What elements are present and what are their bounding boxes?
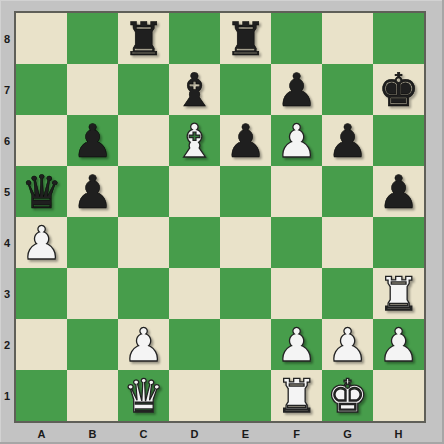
square-h1[interactable] — [373, 370, 424, 421]
piece-white-king: ♚ — [327, 371, 368, 422]
square-c3[interactable] — [118, 268, 169, 319]
piece-black-pawn: ♟ — [225, 116, 266, 167]
square-b5[interactable]: ♟ — [67, 166, 118, 217]
piece-black-pawn: ♟ — [327, 116, 368, 167]
piece-white-pawn: ♟ — [276, 116, 317, 167]
square-b1[interactable] — [67, 370, 118, 421]
file-labels: ABCDEFGH — [16, 424, 424, 444]
file-label-e: E — [220, 424, 271, 444]
square-h7[interactable]: ♚ — [373, 64, 424, 115]
square-c2[interactable]: ♟ — [118, 319, 169, 370]
piece-black-king: ♚ — [378, 65, 419, 116]
rank-label-4: 4 — [0, 217, 14, 268]
square-e3[interactable] — [220, 268, 271, 319]
square-e2[interactable] — [220, 319, 271, 370]
square-d2[interactable] — [169, 319, 220, 370]
square-c6[interactable] — [118, 115, 169, 166]
square-d5[interactable] — [169, 166, 220, 217]
square-f6[interactable]: ♟ — [271, 115, 322, 166]
file-label-a: A — [16, 424, 67, 444]
square-g3[interactable] — [322, 268, 373, 319]
piece-black-bishop: ♝ — [174, 65, 215, 116]
piece-white-queen: ♛ — [123, 371, 164, 422]
rank-label-7: 7 — [0, 64, 14, 115]
square-h4[interactable] — [373, 217, 424, 268]
square-f2[interactable]: ♟ — [271, 319, 322, 370]
piece-white-rook: ♜ — [378, 269, 419, 320]
square-f8[interactable] — [271, 13, 322, 64]
file-label-c: C — [118, 424, 169, 444]
rank-label-3: 3 — [0, 268, 14, 319]
piece-black-rook: ♜ — [225, 14, 266, 65]
square-c7[interactable] — [118, 64, 169, 115]
square-e1[interactable] — [220, 370, 271, 421]
square-d4[interactable] — [169, 217, 220, 268]
square-a1[interactable] — [16, 370, 67, 421]
rank-label-1: 1 — [0, 370, 14, 421]
file-label-f: F — [271, 424, 322, 444]
chess-app-window: 87654321 ♜♜♝♟♚♟♝♟♟♟♛♟♟♟♜♟♟♟♟♛♜♚ ABCDEFGH — [0, 0, 444, 444]
square-h8[interactable] — [373, 13, 424, 64]
square-d1[interactable] — [169, 370, 220, 421]
square-h3[interactable]: ♜ — [373, 268, 424, 319]
rank-label-2: 2 — [0, 319, 14, 370]
rank-labels: 87654321 — [0, 13, 14, 421]
rank-label-8: 8 — [0, 13, 14, 64]
chess-board[interactable]: ♜♜♝♟♚♟♝♟♟♟♛♟♟♟♜♟♟♟♟♛♜♚ — [16, 13, 424, 421]
square-g6[interactable]: ♟ — [322, 115, 373, 166]
file-label-b: B — [67, 424, 118, 444]
rank-label-5: 5 — [0, 166, 14, 217]
file-label-d: D — [169, 424, 220, 444]
square-b4[interactable] — [67, 217, 118, 268]
square-a7[interactable] — [16, 64, 67, 115]
square-b6[interactable]: ♟ — [67, 115, 118, 166]
square-e5[interactable] — [220, 166, 271, 217]
file-label-g: G — [322, 424, 373, 444]
square-f3[interactable] — [271, 268, 322, 319]
piece-black-queen: ♛ — [21, 167, 62, 218]
square-b3[interactable] — [67, 268, 118, 319]
piece-white-bishop: ♝ — [174, 116, 215, 167]
square-e7[interactable] — [220, 64, 271, 115]
piece-white-rook: ♜ — [276, 371, 317, 422]
square-a8[interactable] — [16, 13, 67, 64]
square-c5[interactable] — [118, 166, 169, 217]
square-f5[interactable] — [271, 166, 322, 217]
square-h5[interactable]: ♟ — [373, 166, 424, 217]
piece-black-pawn: ♟ — [378, 167, 419, 218]
square-f4[interactable] — [271, 217, 322, 268]
square-f1[interactable]: ♜ — [271, 370, 322, 421]
square-a2[interactable] — [16, 319, 67, 370]
square-g8[interactable] — [322, 13, 373, 64]
square-d3[interactable] — [169, 268, 220, 319]
square-g7[interactable] — [322, 64, 373, 115]
square-d8[interactable] — [169, 13, 220, 64]
piece-white-pawn: ♟ — [378, 320, 419, 371]
piece-white-pawn: ♟ — [21, 218, 62, 269]
square-g1[interactable]: ♚ — [322, 370, 373, 421]
rank-label-6: 6 — [0, 115, 14, 166]
square-a4[interactable]: ♟ — [16, 217, 67, 268]
square-b2[interactable] — [67, 319, 118, 370]
square-c4[interactable] — [118, 217, 169, 268]
square-d7[interactable]: ♝ — [169, 64, 220, 115]
piece-black-pawn: ♟ — [72, 167, 113, 218]
square-b8[interactable] — [67, 13, 118, 64]
square-e8[interactable]: ♜ — [220, 13, 271, 64]
square-e6[interactable]: ♟ — [220, 115, 271, 166]
piece-black-rook: ♜ — [123, 14, 164, 65]
square-e4[interactable] — [220, 217, 271, 268]
file-label-h: H — [373, 424, 424, 444]
square-g2[interactable]: ♟ — [322, 319, 373, 370]
chess-board-frame: ♜♜♝♟♚♟♝♟♟♟♛♟♟♟♜♟♟♟♟♛♜♚ — [14, 11, 426, 423]
square-h6[interactable] — [373, 115, 424, 166]
piece-white-pawn: ♟ — [123, 320, 164, 371]
square-g4[interactable] — [322, 217, 373, 268]
piece-black-pawn: ♟ — [72, 116, 113, 167]
square-a3[interactable] — [16, 268, 67, 319]
square-b7[interactable] — [67, 64, 118, 115]
square-d6[interactable]: ♝ — [169, 115, 220, 166]
square-c1[interactable]: ♛ — [118, 370, 169, 421]
square-f7[interactable]: ♟ — [271, 64, 322, 115]
square-c8[interactable]: ♜ — [118, 13, 169, 64]
square-a6[interactable] — [16, 115, 67, 166]
piece-white-pawn: ♟ — [276, 320, 317, 371]
square-a5[interactable]: ♛ — [16, 166, 67, 217]
square-h2[interactable]: ♟ — [373, 319, 424, 370]
piece-white-pawn: ♟ — [327, 320, 368, 371]
square-g5[interactable] — [322, 166, 373, 217]
piece-black-pawn: ♟ — [276, 65, 317, 116]
